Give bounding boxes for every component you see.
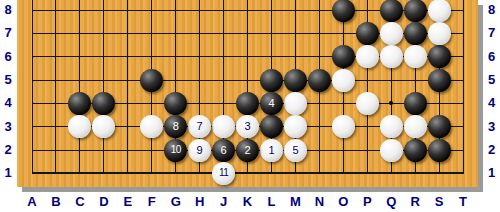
row-label-left-8: 8 [0,3,16,17]
stone-white-q6[interactable] [380,45,403,68]
row-label-right-2: 2 [484,143,500,157]
row-label-left-6: 6 [0,50,16,64]
stone-white-q3[interactable] [380,115,403,138]
stone-white-p6[interactable] [356,45,379,68]
grid-line-horizontal-5 [32,80,464,81]
column-label-f: F [144,195,160,209]
row-label-left-7: 7 [0,26,16,40]
move-number: 4 [268,98,274,109]
stone-white-m2[interactable]: 5 [284,139,307,162]
stone-black-g4[interactable] [164,92,187,115]
stone-black-j2[interactable]: 6 [212,139,235,162]
column-label-b: B [48,195,64,209]
stone-black-s5[interactable] [428,69,451,92]
row-label-left-3: 3 [0,120,16,134]
stone-white-q7[interactable] [380,22,403,45]
column-label-m: M [287,195,303,209]
column-label-p: P [359,195,375,209]
column-label-d: D [96,195,112,209]
stone-white-o5[interactable] [332,69,355,92]
stone-black-r7[interactable] [404,22,427,45]
row-label-right-6: 6 [484,50,500,64]
stone-black-s6[interactable] [428,45,451,68]
star-point-q4 [389,101,393,105]
grid-line-vertical-e [127,0,128,174]
grid-line-vertical-a [32,0,33,174]
column-label-n: N [311,195,327,209]
move-number: 2 [244,145,250,156]
stone-white-o3[interactable] [332,115,355,138]
stone-white-r6[interactable] [404,45,427,68]
move-number: 7 [197,121,203,132]
stone-white-j1[interactable]: 11 [212,162,235,185]
column-label-g: G [168,195,184,209]
stone-black-r2[interactable] [404,139,427,162]
stone-white-l2[interactable]: 1 [260,139,283,162]
move-number: 5 [292,145,298,156]
grid-line-vertical-b [55,0,56,174]
column-label-e: E [120,195,136,209]
stone-black-r8[interactable] [404,0,427,22]
stone-black-o6[interactable] [332,45,355,68]
column-label-l: L [264,195,280,209]
move-number: 1 [268,145,274,156]
stone-black-l5[interactable] [260,69,283,92]
row-label-left-4: 4 [0,96,16,110]
column-label-c: C [72,195,88,209]
move-number: 10 [171,145,181,155]
move-number: 9 [197,145,203,156]
stone-black-s2[interactable] [428,139,451,162]
row-label-right-5: 5 [484,73,500,87]
column-label-a: A [24,195,40,209]
stone-white-p4[interactable] [356,92,379,115]
grid-line-vertical-t [463,0,464,174]
stone-white-h2[interactable]: 9 [188,139,211,162]
stone-white-q2[interactable] [380,139,403,162]
column-label-q: Q [383,195,399,209]
stone-black-r4[interactable] [404,92,427,115]
stone-black-q8[interactable] [380,0,403,22]
row-label-right-4: 4 [484,96,500,110]
stone-black-k4[interactable] [236,92,259,115]
stone-black-m5[interactable] [284,69,307,92]
column-label-o: O [335,195,351,209]
row-label-right-3: 3 [484,120,500,134]
row-label-left-5: 5 [0,73,16,87]
column-label-s: S [431,195,447,209]
stone-black-l4[interactable]: 4 [260,92,283,115]
grid-line-vertical-c [79,0,80,174]
row-label-right-1: 1 [484,166,500,180]
stone-black-o8[interactable] [332,0,355,22]
row-label-right-7: 7 [484,26,500,40]
move-number: 6 [221,145,227,156]
stone-white-m4[interactable] [284,92,307,115]
grid-line-vertical-d [103,0,104,174]
stone-white-r3[interactable] [404,115,427,138]
row-label-right-8: 8 [484,3,500,17]
stone-black-s3[interactable] [428,115,451,138]
stone-black-p7[interactable] [356,22,379,45]
column-label-h: H [192,195,208,209]
grid-line-horizontal-1 [32,172,464,174]
stone-black-g2[interactable]: 10 [164,139,187,162]
row-label-left-1: 1 [0,166,16,180]
stone-white-m3[interactable] [284,115,307,138]
column-label-k: K [240,195,256,209]
move-number: 3 [244,121,250,132]
stone-black-n5[interactable] [308,69,331,92]
column-label-j: J [216,195,232,209]
stone-black-f5[interactable] [140,69,163,92]
stone-white-s7[interactable] [428,22,451,45]
move-number: 11 [219,168,228,178]
column-label-t: T [455,195,471,209]
stone-white-s8[interactable] [428,0,451,22]
stone-black-k2[interactable]: 2 [236,139,259,162]
column-label-r: R [407,195,423,209]
row-label-left-2: 2 [0,143,16,157]
move-number: 8 [173,121,179,132]
go-diagram: 87654321 87654321 ABCDEFGHJKLMNOPQRST 12… [0,0,500,212]
